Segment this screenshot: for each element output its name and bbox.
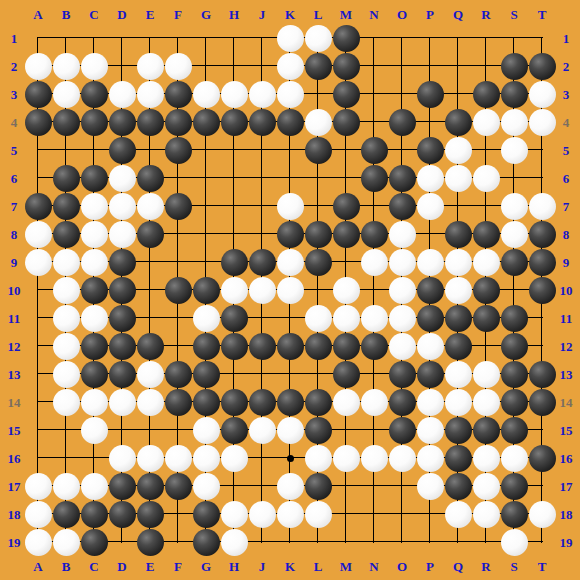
go-board[interactable]: ABCDEFGHJKLMNOPQRST ABCDEFGHJKLMNOPQRST … [0,0,580,580]
row-label-right: 16 [552,444,580,472]
stone-black[interactable] [529,389,556,416]
stone-black[interactable] [417,361,444,388]
stone-white[interactable] [53,305,80,332]
stone-white[interactable] [445,277,472,304]
stone-white[interactable] [193,417,220,444]
row-label-right: 9 [552,248,580,276]
stone-black[interactable] [389,361,416,388]
stone-black[interactable] [333,361,360,388]
stone-white[interactable] [473,109,500,136]
stone-white[interactable] [473,361,500,388]
stone-black[interactable] [501,361,528,388]
stone-white[interactable] [53,473,80,500]
stone-white[interactable] [81,249,108,276]
stone-black[interactable] [221,389,248,416]
col-label-bottom: N [360,552,388,580]
stone-black[interactable] [305,53,332,80]
stone-black[interactable] [529,445,556,472]
stone-white[interactable] [277,249,304,276]
stone-black[interactable] [165,137,192,164]
stone-white[interactable] [445,137,472,164]
stone-white[interactable] [333,277,360,304]
column-labels-bottom: ABCDEFGHJKLMNOPQRST [24,552,556,580]
stone-black[interactable] [333,221,360,248]
stone-black[interactable] [305,137,332,164]
row-label-right: 15 [552,416,580,444]
stone-white[interactable] [501,193,528,220]
stone-white[interactable] [277,53,304,80]
stone-black[interactable] [501,389,528,416]
col-label-bottom: S [500,552,528,580]
stone-black[interactable] [305,389,332,416]
stone-black[interactable] [109,305,136,332]
stone-white[interactable] [417,249,444,276]
stone-white[interactable] [249,417,276,444]
stone-black[interactable] [81,165,108,192]
stone-black[interactable] [333,109,360,136]
stone-black[interactable] [137,221,164,248]
col-label-bottom: D [108,552,136,580]
stone-black[interactable] [473,277,500,304]
stone-black[interactable] [529,221,556,248]
stone-white[interactable] [501,445,528,472]
stone-white[interactable] [109,81,136,108]
stone-black[interactable] [25,109,52,136]
stone-white[interactable] [445,165,472,192]
stone-black[interactable] [53,221,80,248]
stone-black[interactable] [165,389,192,416]
stone-white[interactable] [473,165,500,192]
stone-white[interactable] [361,389,388,416]
stone-white[interactable] [53,53,80,80]
stone-white[interactable] [137,81,164,108]
col-label-bottom: A [24,552,52,580]
stone-black[interactable] [361,333,388,360]
col-label-bottom: R [472,552,500,580]
stone-white[interactable] [221,81,248,108]
stone-white[interactable] [137,193,164,220]
stone-black[interactable] [529,277,556,304]
stone-white[interactable] [249,277,276,304]
stone-white[interactable] [53,529,80,556]
stone-black[interactable] [165,193,192,220]
stone-black[interactable] [249,249,276,276]
row-label-right: 4 [552,108,580,136]
stone-black[interactable] [221,249,248,276]
stone-black[interactable] [529,361,556,388]
stone-black[interactable] [305,333,332,360]
stone-white[interactable] [81,53,108,80]
stone-black[interactable] [193,109,220,136]
stone-white[interactable] [305,445,332,472]
stone-black[interactable] [193,333,220,360]
stone-white[interactable] [109,389,136,416]
col-label-bottom: G [192,552,220,580]
row-label-right: 13 [552,360,580,388]
stone-black[interactable] [81,81,108,108]
stone-black[interactable] [25,81,52,108]
stone-white[interactable] [473,501,500,528]
stone-black[interactable] [501,53,528,80]
stone-black[interactable] [473,417,500,444]
stone-white[interactable] [473,473,500,500]
stone-black[interactable] [137,529,164,556]
stone-black[interactable] [81,501,108,528]
stone-black[interactable] [501,81,528,108]
stone-white[interactable] [501,529,528,556]
stone-black[interactable] [361,137,388,164]
col-label-bottom: H [220,552,248,580]
stone-black[interactable] [333,25,360,52]
row-label-right: 12 [552,332,580,360]
col-label-bottom: J [248,552,276,580]
stone-black[interactable] [109,333,136,360]
stone-white[interactable] [25,53,52,80]
stone-white[interactable] [25,221,52,248]
stone-white[interactable] [137,361,164,388]
col-label-bottom: M [332,552,360,580]
stone-white[interactable] [473,445,500,472]
stone-white[interactable] [53,389,80,416]
stone-white[interactable] [249,501,276,528]
stone-black[interactable] [109,473,136,500]
stone-black[interactable] [361,165,388,192]
stone-black[interactable] [109,361,136,388]
stone-white[interactable] [221,277,248,304]
stone-black[interactable] [501,473,528,500]
row-label-right: 14 [552,388,580,416]
stone-black[interactable] [389,417,416,444]
stone-black[interactable] [305,473,332,500]
stone-white[interactable] [193,445,220,472]
stone-black[interactable] [53,109,80,136]
stone-black[interactable] [333,81,360,108]
stone-white[interactable] [501,109,528,136]
stone-black[interactable] [221,417,248,444]
hoshi-point [287,455,294,462]
row-label-right: 7 [552,192,580,220]
stone-black[interactable] [333,53,360,80]
stone-black[interactable] [305,249,332,276]
stone-black[interactable] [501,333,528,360]
stone-black[interactable] [445,221,472,248]
stone-black[interactable] [53,165,80,192]
col-label-bottom: C [80,552,108,580]
stone-black[interactable] [305,417,332,444]
row-labels-right: 12345678910111213141516171819 [552,24,580,556]
stone-white[interactable] [361,305,388,332]
stone-black[interactable] [277,221,304,248]
col-label-bottom: B [52,552,80,580]
stone-white[interactable] [277,193,304,220]
stone-black[interactable] [137,473,164,500]
stone-black[interactable] [417,81,444,108]
stone-white[interactable] [305,305,332,332]
stone-white[interactable] [53,333,80,360]
stone-black[interactable] [25,193,52,220]
stone-black[interactable] [109,277,136,304]
stone-black[interactable] [193,389,220,416]
stone-white[interactable] [305,25,332,52]
stone-black[interactable] [277,109,304,136]
stone-white[interactable] [277,473,304,500]
stone-white[interactable] [333,305,360,332]
stone-white[interactable] [529,109,556,136]
stone-white[interactable] [109,221,136,248]
stone-black[interactable] [193,277,220,304]
row-label-right: 5 [552,136,580,164]
stone-white[interactable] [501,137,528,164]
stone-white[interactable] [529,193,556,220]
stone-white[interactable] [81,417,108,444]
stone-white[interactable] [53,361,80,388]
stone-black[interactable] [473,221,500,248]
stone-black[interactable] [81,529,108,556]
stone-black[interactable] [529,53,556,80]
stone-black[interactable] [417,305,444,332]
col-label-bottom: F [164,552,192,580]
stone-black[interactable] [277,333,304,360]
row-label-right: 3 [552,80,580,108]
stone-white[interactable] [249,81,276,108]
stone-black[interactable] [165,109,192,136]
stone-black[interactable] [333,333,360,360]
stone-white[interactable] [473,389,500,416]
stone-white[interactable] [81,305,108,332]
stone-white[interactable] [137,445,164,472]
stone-white[interactable] [305,109,332,136]
stone-black[interactable] [501,501,528,528]
stone-white[interactable] [25,501,52,528]
stone-black[interactable] [81,109,108,136]
stone-white[interactable] [417,333,444,360]
stone-white[interactable] [277,25,304,52]
stone-black[interactable] [81,361,108,388]
stone-black[interactable] [445,417,472,444]
stone-black[interactable] [333,193,360,220]
stone-black[interactable] [417,277,444,304]
stone-white[interactable] [529,501,556,528]
stone-black[interactable] [389,165,416,192]
stone-white[interactable] [109,165,136,192]
stone-white[interactable] [165,445,192,472]
stone-black[interactable] [137,109,164,136]
stone-black[interactable] [529,249,556,276]
stone-white[interactable] [389,249,416,276]
row-label-right: 1 [552,24,580,52]
stone-white[interactable] [221,501,248,528]
stone-black[interactable] [137,501,164,528]
row-label-right: 8 [552,220,580,248]
stone-black[interactable] [109,249,136,276]
stone-black[interactable] [249,109,276,136]
stone-white[interactable] [277,277,304,304]
stone-white[interactable] [389,305,416,332]
row-label-right: 11 [552,304,580,332]
stone-black[interactable] [473,81,500,108]
stone-white[interactable] [445,249,472,276]
row-label-right: 6 [552,164,580,192]
stone-white[interactable] [417,193,444,220]
stone-white[interactable] [25,249,52,276]
stone-black[interactable] [249,333,276,360]
stone-white[interactable] [445,501,472,528]
stone-white[interactable] [221,529,248,556]
stone-white[interactable] [81,389,108,416]
stone-black[interactable] [193,501,220,528]
stone-black[interactable] [221,109,248,136]
stone-black[interactable] [305,221,332,248]
stone-white[interactable] [81,473,108,500]
row-label-right: 17 [552,472,580,500]
stone-white[interactable] [389,221,416,248]
stone-black[interactable] [53,193,80,220]
stone-white[interactable] [333,445,360,472]
stone-black[interactable] [417,137,444,164]
stone-black[interactable] [445,333,472,360]
stone-black[interactable] [165,277,192,304]
stone-black[interactable] [445,445,472,472]
row-label-right: 19 [552,528,580,556]
stone-black[interactable] [501,249,528,276]
stone-white[interactable] [417,445,444,472]
stone-white[interactable] [389,277,416,304]
stone-white[interactable] [305,501,332,528]
stone-white[interactable] [417,389,444,416]
stone-black[interactable] [137,333,164,360]
stone-black[interactable] [165,361,192,388]
stone-white[interactable] [109,445,136,472]
stone-white[interactable] [193,305,220,332]
stone-white[interactable] [417,417,444,444]
col-label-bottom: L [304,552,332,580]
stone-white[interactable] [277,417,304,444]
stone-white[interactable] [333,389,360,416]
col-label-bottom: T [528,552,556,580]
col-label-bottom: E [136,552,164,580]
col-label-bottom: K [276,552,304,580]
stone-white[interactable] [137,53,164,80]
stone-black[interactable] [165,81,192,108]
stone-white[interactable] [417,473,444,500]
stone-white[interactable] [529,81,556,108]
stone-black[interactable] [445,109,472,136]
stone-black[interactable] [361,221,388,248]
row-label-right: 18 [552,500,580,528]
stone-white[interactable] [137,389,164,416]
stone-white[interactable] [109,193,136,220]
stone-white[interactable] [221,445,248,472]
stone-black[interactable] [277,389,304,416]
stone-white[interactable] [193,81,220,108]
stone-white[interactable] [445,389,472,416]
stone-black[interactable] [389,389,416,416]
stone-black[interactable] [473,305,500,332]
stone-white[interactable] [81,221,108,248]
stone-white[interactable] [277,501,304,528]
col-label-bottom: P [416,552,444,580]
stone-white[interactable] [53,81,80,108]
stone-white[interactable] [193,473,220,500]
stone-black[interactable] [165,473,192,500]
stone-white[interactable] [53,249,80,276]
stone-black[interactable] [81,333,108,360]
col-label-bottom: O [388,552,416,580]
stones-grid[interactable] [24,24,556,556]
row-label-right: 10 [552,276,580,304]
stone-black[interactable] [445,305,472,332]
stone-black[interactable] [81,277,108,304]
stone-black[interactable] [221,305,248,332]
stone-white[interactable] [501,221,528,248]
stone-black[interactable] [249,389,276,416]
stone-black[interactable] [501,417,528,444]
stone-black[interactable] [445,473,472,500]
stone-black[interactable] [53,501,80,528]
stone-black[interactable] [137,165,164,192]
stone-white[interactable] [25,529,52,556]
stone-white[interactable] [445,361,472,388]
stone-black[interactable] [501,305,528,332]
stone-white[interactable] [473,249,500,276]
stone-white[interactable] [361,445,388,472]
row-label-right: 2 [552,52,580,80]
stone-white[interactable] [165,53,192,80]
col-label-bottom: Q [444,552,472,580]
stone-black[interactable] [389,109,416,136]
stone-black[interactable] [193,529,220,556]
stone-black[interactable] [109,501,136,528]
stone-black[interactable] [109,109,136,136]
stone-black[interactable] [221,333,248,360]
stone-white[interactable] [417,165,444,192]
stone-white[interactable] [277,81,304,108]
stone-black[interactable] [389,193,416,220]
stone-white[interactable] [53,277,80,304]
stone-white[interactable] [81,193,108,220]
stone-white[interactable] [25,473,52,500]
stone-white[interactable] [389,445,416,472]
stone-black[interactable] [109,137,136,164]
stone-black[interactable] [193,361,220,388]
stone-white[interactable] [361,249,388,276]
stone-white[interactable] [389,333,416,360]
